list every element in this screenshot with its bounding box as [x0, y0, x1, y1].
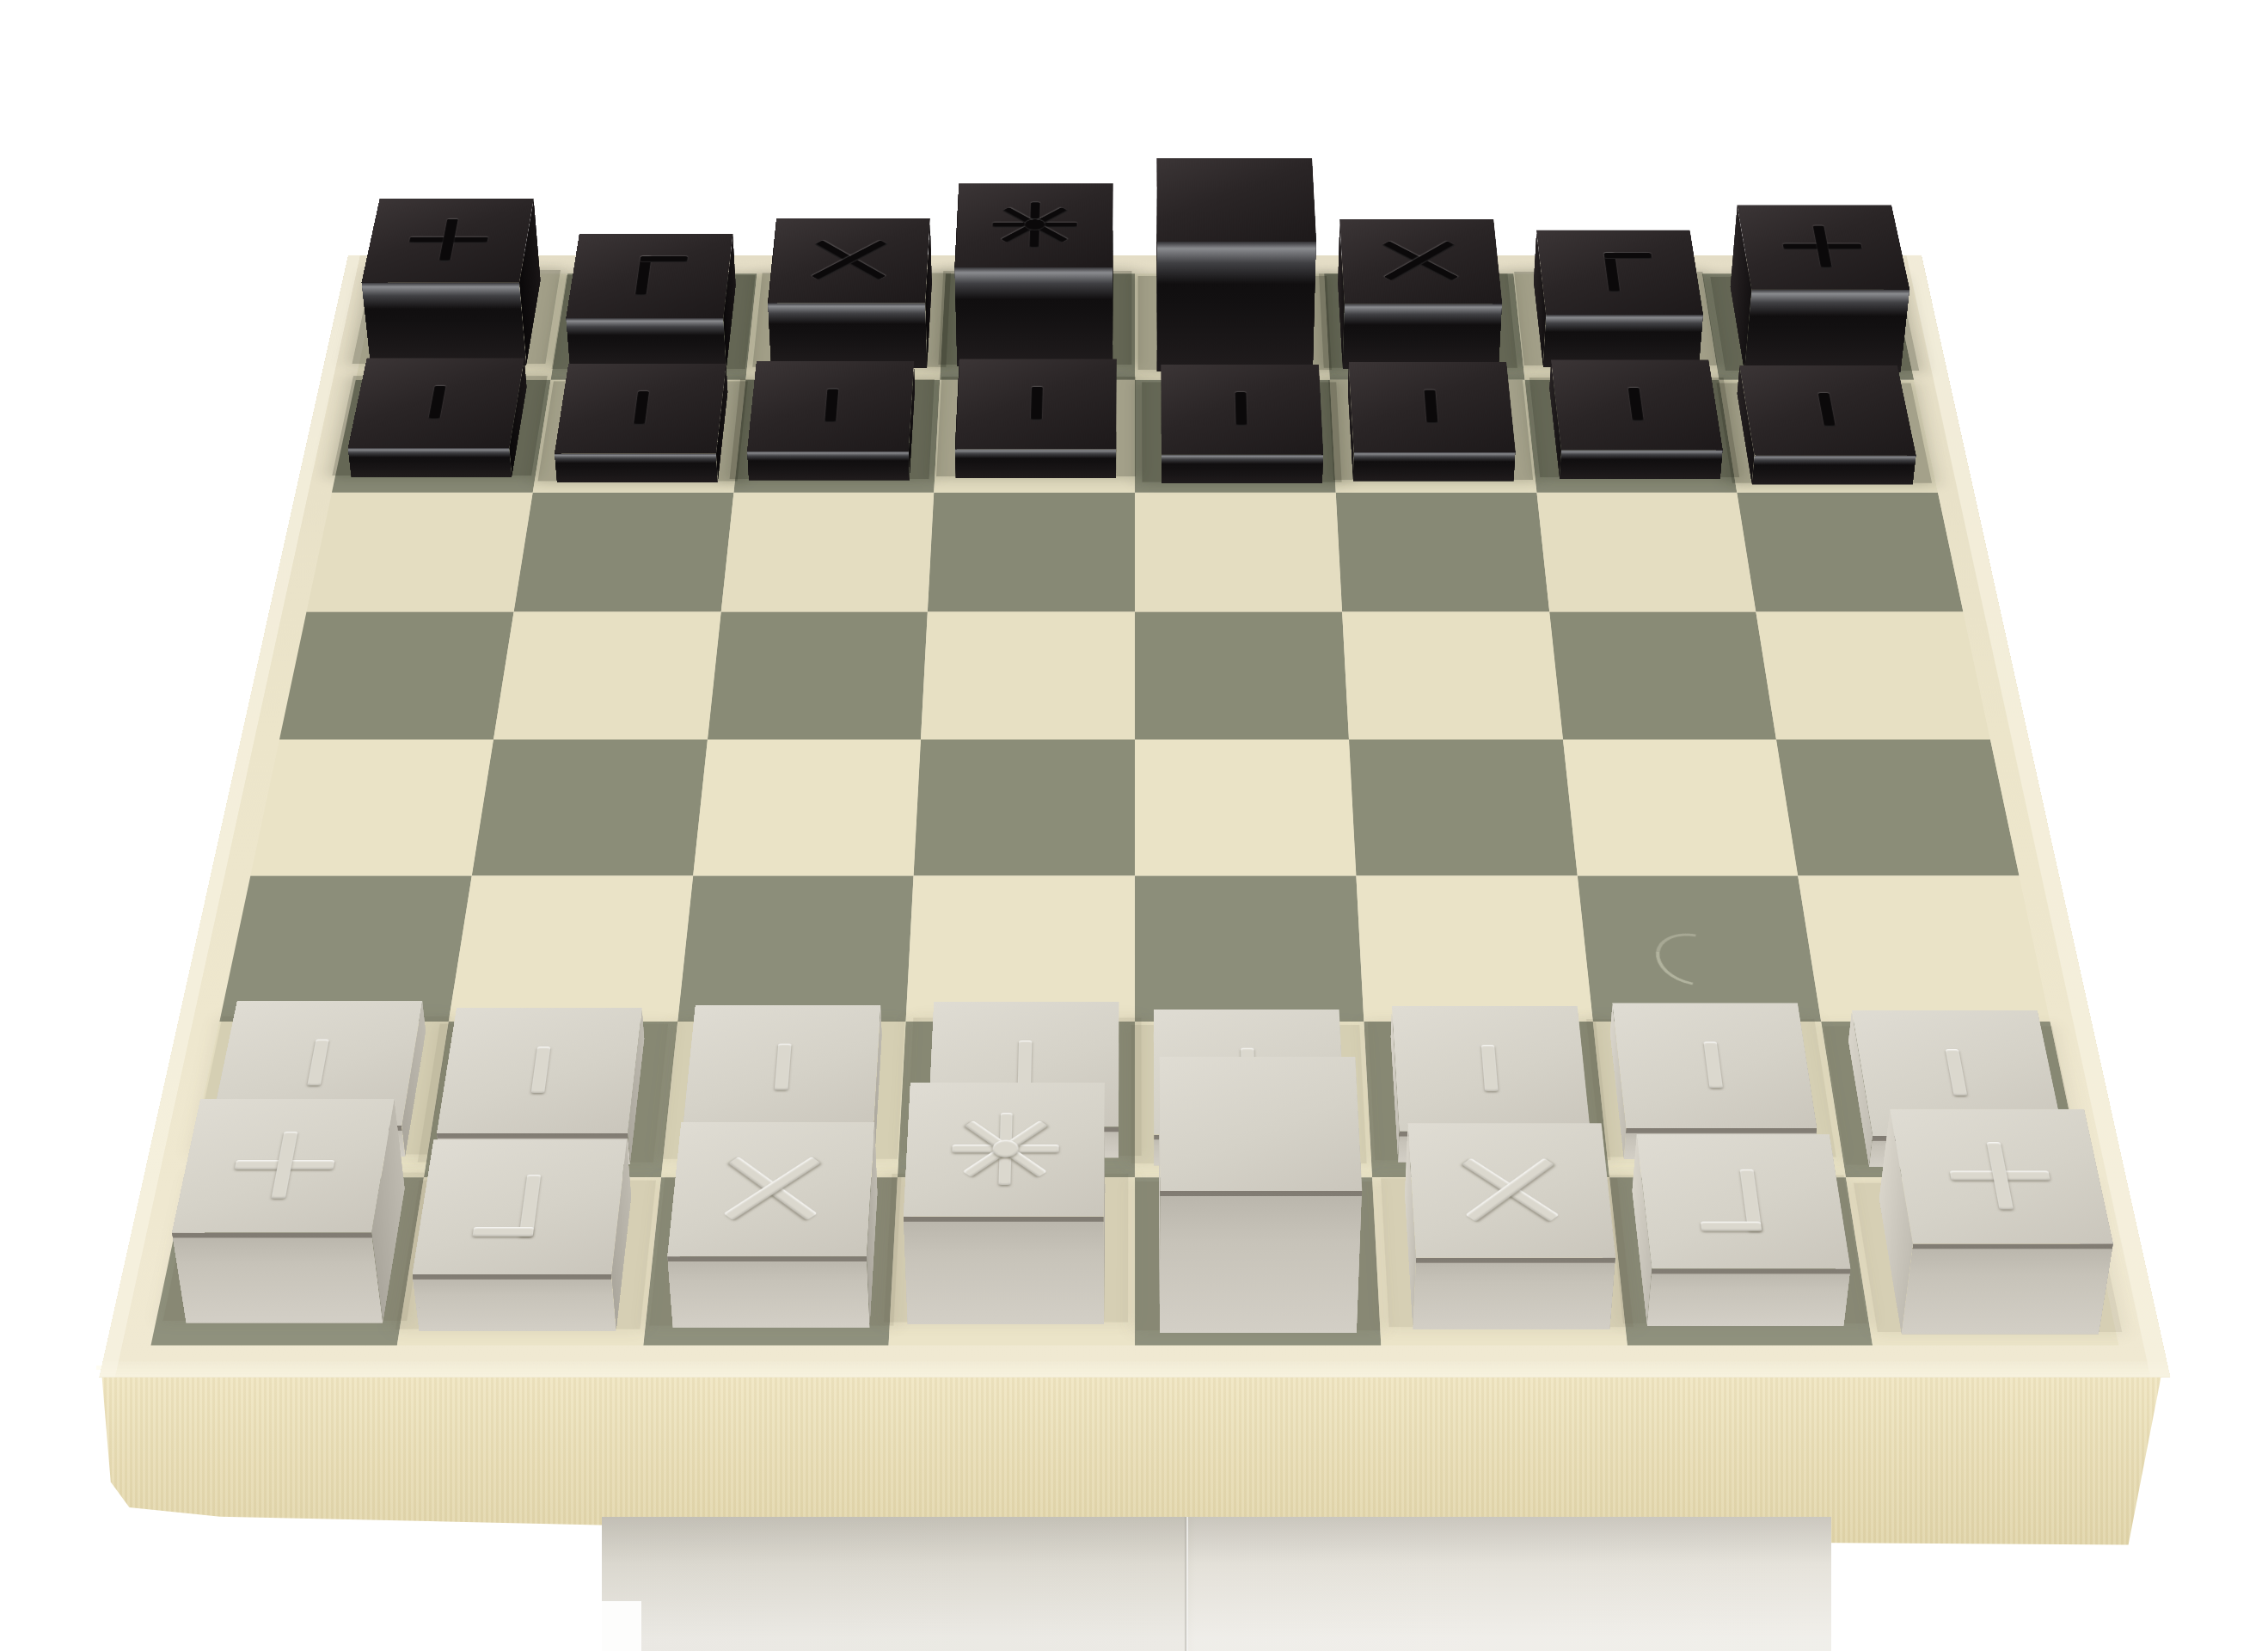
- piece-black-pawn: [352, 387, 527, 477]
- piece-face-top: [1162, 365, 1324, 455]
- mark-stroke: [824, 390, 838, 423]
- queen-star8-mark-icon: [903, 1083, 1104, 1217]
- perspective-wrapper: [0, 0, 2268, 1651]
- piece-base-shadow: [903, 1216, 1103, 1221]
- piece-white-knight: [420, 1196, 632, 1331]
- gloss-reflection: [566, 318, 724, 335]
- piece-face-top: [566, 234, 733, 319]
- piece-black-pawn: [955, 388, 1117, 478]
- square-a6: [306, 492, 532, 611]
- square-h4: [1776, 740, 2019, 875]
- gloss-reflection: [1157, 242, 1316, 284]
- piece-face-right: [1116, 359, 1117, 479]
- piece-base-shadow: [1626, 1128, 1817, 1133]
- pawn-line-mark-icon: [1162, 365, 1324, 455]
- mark-stroke: [1817, 393, 1835, 427]
- piece-black-pawn: [1348, 391, 1514, 482]
- piece-face-top: [1739, 365, 1916, 456]
- piece-face-top: [683, 1005, 881, 1131]
- rook-plus-mark-icon: [172, 1098, 395, 1232]
- piece-base-shadow: [1416, 1257, 1615, 1262]
- pawn-line-mark-icon: [1551, 360, 1723, 451]
- piece-face-top: [1392, 1006, 1591, 1132]
- square-c4: [693, 740, 922, 875]
- piece-face-front: [1560, 450, 1723, 479]
- mark-stroke: [640, 256, 688, 262]
- piece-face-top: [667, 1122, 874, 1256]
- piece-black-pawn: [557, 392, 728, 482]
- pawn-line-mark-icon: [954, 359, 1116, 450]
- square-c5: [708, 612, 929, 740]
- knight-lshape-mark-icon: [1536, 230, 1703, 315]
- rook-plus-mark-icon: [1737, 206, 1909, 290]
- piece-base-shadow: [1161, 1191, 1363, 1196]
- piece-white-rook: [1879, 1199, 2099, 1334]
- gloss-reflection: [1545, 315, 1703, 332]
- piece-face-top: [1551, 360, 1723, 451]
- piece-face-top: [172, 1098, 395, 1232]
- piece-white-king: [1159, 1197, 1357, 1332]
- piece-face-front: [768, 303, 928, 368]
- gloss-reflection: [1353, 452, 1515, 462]
- piece-base-shadow: [413, 1274, 612, 1280]
- mark-stroke: [1425, 390, 1438, 424]
- piece-face-top: [1339, 219, 1502, 304]
- piece-white-queen: [907, 1189, 1105, 1324]
- pawn-line-mark-icon: [348, 358, 524, 448]
- pawn-line-mark-icon: [1612, 1003, 1817, 1128]
- piece-face-front: [954, 267, 1113, 366]
- bishop-cross-mark-icon: [667, 1122, 874, 1256]
- knight-lshape-mark-icon: [1636, 1134, 1850, 1268]
- bishop-cross-mark-icon: [1339, 219, 1502, 304]
- piece-face-front: [413, 1274, 616, 1331]
- piece-face-front: [1343, 304, 1503, 369]
- pawn-line-mark-icon: [683, 1005, 881, 1131]
- mark-stroke: [531, 1046, 551, 1093]
- gloss-reflection: [954, 267, 1113, 299]
- square-b5: [493, 612, 720, 740]
- piece-black-pawn: [1162, 393, 1323, 483]
- mark-stroke: [1701, 1221, 1762, 1231]
- piece-face-front: [954, 449, 1116, 478]
- piece-black-pawn: [1737, 394, 1913, 484]
- bishop-cross-mark-icon: [768, 218, 930, 303]
- piece-face-top: [1536, 230, 1703, 315]
- piece-face-top: [1408, 1123, 1616, 1257]
- square-c3: [677, 875, 914, 1021]
- piece-face-front: [1162, 455, 1323, 484]
- piece-face-top: [555, 364, 726, 454]
- piece-face-top: [1636, 1134, 1850, 1268]
- piece-base-shadow: [1652, 1268, 1851, 1274]
- piece-face-top: [1157, 158, 1317, 242]
- piece-black-queen: [957, 281, 1113, 366]
- square-e5: [1135, 612, 1349, 740]
- square-d4: [914, 740, 1135, 875]
- square-e6: [1135, 492, 1342, 611]
- piece-face-front: [1751, 456, 1916, 485]
- piece-face-right: [1119, 1002, 1119, 1158]
- square-a3: [219, 875, 471, 1021]
- mark-stroke: [1603, 253, 1652, 259]
- piece-face-top: [1612, 1003, 1817, 1128]
- mark-stroke: [1703, 1041, 1722, 1088]
- square-f6: [1335, 492, 1548, 611]
- piece-black-pawn: [1549, 389, 1720, 479]
- piece-white-knight: [1632, 1191, 1843, 1326]
- mark-stroke: [308, 1039, 329, 1085]
- gloss-reflection: [362, 283, 522, 310]
- piece-face-top: [1737, 206, 1909, 290]
- gloss-reflection: [747, 451, 909, 461]
- piece-face-front: [1413, 1257, 1615, 1329]
- square-f5: [1342, 612, 1563, 740]
- piece-face-top: [768, 218, 930, 303]
- piece-face-top: [362, 199, 534, 283]
- piece-face-front: [1744, 290, 1909, 372]
- pawn-line-mark-icon: [437, 1008, 642, 1133]
- square-b6: [513, 492, 733, 611]
- piece-face-front: [667, 1256, 870, 1328]
- piece-face-front: [1157, 242, 1317, 371]
- piece-face-top: [1890, 1109, 2113, 1244]
- piece-black-bishop: [771, 284, 932, 369]
- gloss-reflection: [1162, 455, 1323, 464]
- piece-face-top: [954, 359, 1116, 450]
- piece-face-front: [747, 451, 910, 481]
- mark-stroke: [634, 391, 649, 425]
- gloss-reflection: [555, 454, 717, 463]
- piece-face-top: [1160, 1057, 1363, 1191]
- piece-black-rook: [371, 280, 541, 365]
- pawn-line-mark-icon: [747, 361, 914, 451]
- piece-black-king: [1156, 286, 1313, 371]
- piece-face-top: [747, 361, 914, 451]
- square-g5: [1549, 612, 1776, 740]
- piece-face-front: [172, 1232, 383, 1323]
- piece-face-top: [437, 1008, 642, 1133]
- piece-face-front: [362, 283, 527, 365]
- pawn-line-mark-icon: [1739, 365, 1916, 456]
- gloss-reflection: [1749, 290, 1909, 316]
- square-h3: [1798, 875, 2050, 1021]
- piece-white-bishop: [672, 1193, 877, 1328]
- square-h5: [1756, 612, 1990, 740]
- gloss-reflection: [954, 449, 1116, 458]
- mark-stroke: [1031, 387, 1043, 420]
- pawn-line-mark-icon: [1349, 362, 1516, 452]
- photo-stage: [0, 0, 2268, 1651]
- piece-face-front: [555, 454, 718, 483]
- board-front-edge: [99, 1361, 2170, 1377]
- piece-face-front: [348, 448, 512, 477]
- knight-lshape-mark-icon: [413, 1139, 628, 1274]
- piece-white-rook: [187, 1188, 405, 1323]
- piece-white-bishop: [1405, 1194, 1610, 1329]
- square-a5: [279, 612, 513, 740]
- mark-stroke: [1017, 1040, 1032, 1087]
- gloss-reflection: [1344, 304, 1502, 325]
- rook-plus-mark-icon: [362, 199, 534, 283]
- mark-stroke: [1628, 388, 1644, 421]
- mark-stroke: [775, 1044, 792, 1090]
- rook-plus-mark-icon: [1890, 1109, 2113, 1244]
- gloss-reflection: [348, 448, 511, 457]
- piece-face-front: [1353, 452, 1516, 482]
- queen-star8-mark-icon: [954, 184, 1113, 268]
- piece-face-front: [1901, 1243, 2112, 1334]
- gloss-reflection: [768, 303, 926, 324]
- piece-black-knight: [1534, 282, 1700, 367]
- mark-stroke: [1945, 1049, 1967, 1096]
- square-b4: [472, 740, 708, 875]
- square-d6: [928, 492, 1135, 611]
- piece-face-top: [348, 358, 524, 448]
- piece-face-top: [413, 1139, 628, 1274]
- mark-stroke: [473, 1227, 535, 1237]
- square-b3: [449, 875, 693, 1021]
- knight-lshape-mark-icon: [566, 234, 733, 319]
- square-f4: [1349, 740, 1578, 875]
- piece-face-front: [1646, 1268, 1850, 1325]
- square-e4: [1135, 740, 1356, 875]
- square-h6: [1737, 492, 1963, 611]
- piece-face-front: [1160, 1191, 1363, 1333]
- piece-black-pawn: [749, 390, 915, 481]
- piece-black-knight: [570, 285, 736, 371]
- mark-stroke: [1603, 253, 1620, 292]
- piece-base-shadow: [1912, 1243, 2113, 1249]
- square-g6: [1536, 492, 1756, 611]
- gloss-reflection: [1753, 456, 1916, 465]
- square-c6: [720, 492, 934, 611]
- pawn-line-mark-icon: [555, 364, 726, 454]
- mark-stroke: [1481, 1045, 1499, 1091]
- bishop-cross-mark-icon: [1408, 1123, 1616, 1257]
- piece-black-rook: [1730, 287, 1900, 372]
- piece-black-bishop: [1338, 284, 1499, 369]
- piece-base-shadow: [437, 1133, 628, 1139]
- piece-face-top: [954, 184, 1113, 268]
- piece-face-right: [1113, 184, 1113, 367]
- square-d3: [906, 875, 1135, 1021]
- piece-base-shadow: [172, 1232, 372, 1237]
- mark-stroke: [1235, 392, 1247, 426]
- piece-base-shadow: [667, 1256, 867, 1261]
- piece-face-top: [1349, 362, 1516, 452]
- square-d5: [921, 612, 1135, 740]
- mark-stroke: [635, 256, 652, 295]
- square-g4: [1563, 740, 1799, 875]
- chess-board: [99, 255, 2170, 1378]
- piece-face-top: [903, 1083, 1104, 1217]
- piece-face-front: [903, 1216, 1104, 1324]
- square-a4: [250, 740, 493, 875]
- gloss-reflection: [1560, 450, 1723, 459]
- pawn-line-mark-icon: [1392, 1006, 1591, 1132]
- square-e3: [1135, 875, 1364, 1021]
- mark-stroke: [429, 386, 446, 420]
